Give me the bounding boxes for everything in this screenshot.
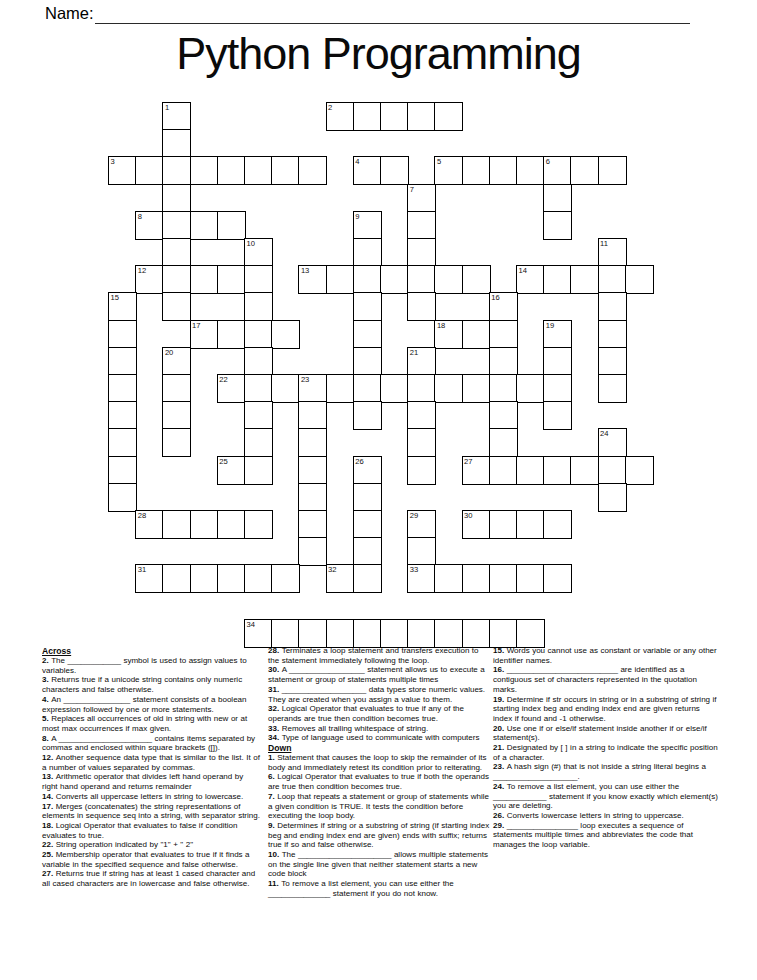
cell-r9c9[interactable]	[353, 347, 382, 376]
clue-7: 7. Loop that repeats a statement or grou…	[268, 792, 491, 821]
clue-28: 28. Terminates a loop statement and tran…	[268, 646, 491, 665]
cell-r8c9[interactable]	[353, 320, 382, 349]
cell-r6c13[interactable]	[462, 265, 491, 294]
clue-13: 13. Arithmetic operator that divides lef…	[42, 772, 261, 791]
cell-r8c13[interactable]	[462, 320, 491, 349]
cell-number-20: 20	[165, 349, 173, 357]
cell-r19c9[interactable]	[353, 619, 382, 648]
cell-number-7: 7	[410, 186, 414, 194]
clue-24: 24. To remove a list element, you can us…	[493, 782, 719, 811]
cell-number-23: 23	[301, 376, 309, 384]
cell-r17c5[interactable]	[244, 564, 273, 593]
cell-number-19: 19	[546, 322, 554, 330]
cell-number-22: 22	[219, 376, 227, 384]
clue-31: 31. ___________________ data types store…	[268, 685, 491, 704]
cell-r15c7[interactable]	[298, 510, 327, 539]
cell-r7c18[interactable]	[598, 292, 627, 321]
clue-19: 19. Determine if str occurs in string or…	[493, 695, 719, 724]
cell-r7c11[interactable]	[407, 292, 436, 321]
cell-r13c5[interactable]	[244, 456, 273, 485]
clue-number: 7.	[268, 792, 277, 801]
cell-r10c0[interactable]	[108, 374, 137, 403]
cell-r14c7[interactable]	[298, 483, 327, 512]
clue-20: 20. Use one if or else/if statement insi…	[493, 724, 719, 743]
clue-32: 32. Logical Operator that evaluates to t…	[268, 704, 491, 723]
clue-26: 26. Converts lowercase letters in string…	[493, 811, 719, 821]
clue-number: 29.	[493, 821, 507, 830]
clue-list-header-across: Across	[42, 646, 261, 656]
cell-r15c16[interactable]	[543, 510, 572, 539]
clue-number: 13.	[42, 772, 56, 781]
cell-r16c9[interactable]	[353, 537, 382, 566]
cell-r6c12[interactable]	[434, 265, 463, 294]
worksheet-page: Name: Python Programming 123456789101112…	[0, 0, 757, 980]
cell-r8c5[interactable]	[244, 320, 273, 349]
clue-10: 10. The _____________________ allows mul…	[268, 850, 491, 879]
cell-r2c7[interactable]	[298, 156, 327, 185]
cell-r12c11[interactable]	[407, 428, 436, 457]
cell-r10c14[interactable]	[489, 374, 518, 403]
cell-r2c13[interactable]	[462, 156, 491, 185]
cell-r8c14[interactable]	[489, 320, 518, 349]
clue-18: 18. Logical Operator that evaluates to f…	[42, 821, 261, 840]
cell-r10c9[interactable]	[353, 374, 382, 403]
clue-6: 6. Logical Operator that evaluates to tr…	[268, 772, 491, 791]
cell-r2c10[interactable]	[380, 156, 409, 185]
cell-r15c14[interactable]	[489, 510, 518, 539]
clue-25: 25. Membership operator that evaluates t…	[42, 850, 261, 869]
cell-number-10: 10	[247, 240, 255, 248]
clue-number: 4.	[42, 695, 51, 704]
cell-r17c2[interactable]	[162, 564, 191, 593]
clue-number: 19.	[493, 695, 507, 704]
cell-number-26: 26	[355, 458, 363, 466]
cell-r6c9[interactable]	[353, 265, 382, 294]
cell-r12c0[interactable]	[108, 428, 137, 457]
clue-3: 3. Returns true if a unicode string cont…	[42, 675, 261, 694]
clue-number: 24.	[493, 782, 507, 791]
cell-r4c4[interactable]	[217, 211, 246, 240]
cell-r10c8[interactable]	[326, 374, 355, 403]
cell-r2c6[interactable]	[271, 156, 300, 185]
cell-r15c9[interactable]	[353, 510, 382, 539]
clue-number: 12.	[42, 753, 56, 762]
clue-23: 23. A hash sign (#) that is not inside a…	[493, 762, 719, 781]
cell-r11c2[interactable]	[162, 401, 191, 430]
clue-number: 9.	[268, 821, 277, 830]
cell-r13c7[interactable]	[298, 456, 327, 485]
cell-r9c0[interactable]	[108, 347, 137, 376]
cell-r12c2[interactable]	[162, 428, 191, 457]
cell-number-27: 27	[464, 458, 472, 466]
cell-r2c17[interactable]	[570, 156, 599, 185]
clues-column-down: 15. Words you cannot use as constant or …	[493, 646, 719, 850]
cell-r12c14[interactable]	[489, 428, 518, 457]
cell-r4c16[interactable]	[543, 211, 572, 240]
clue-29: 29. ________________ loop executes a seq…	[493, 821, 719, 850]
clue-17: 17. Merges (concatenates) the string rep…	[42, 802, 261, 821]
cell-r10c16[interactable]	[543, 374, 572, 403]
cell-r10c10[interactable]	[380, 374, 409, 403]
cell-r13c11[interactable]	[407, 456, 436, 485]
clue-number: 32.	[268, 704, 282, 713]
cell-r8c4[interactable]	[217, 320, 246, 349]
cell-r5c11[interactable]	[407, 238, 436, 267]
cell-r9c18[interactable]	[598, 347, 627, 376]
clue-33: 33. Removes all trailing whitespace of s…	[268, 724, 491, 734]
cell-r0c10[interactable]	[380, 102, 409, 131]
cell-r12c5[interactable]	[244, 428, 273, 457]
cell-r17c13[interactable]	[462, 564, 491, 593]
cell-r16c11[interactable]	[407, 537, 436, 566]
clue-15: 15. Words you cannot use as constant or …	[493, 646, 719, 665]
cell-r15c5[interactable]	[244, 510, 273, 539]
clue-22: 22. String operation indicated by "1" + …	[42, 840, 261, 850]
clue-number: 11.	[268, 879, 281, 888]
cell-r14c9[interactable]	[353, 483, 382, 512]
clue-9: 9. Determines if string or a substring o…	[268, 821, 491, 850]
clue-number: 26.	[493, 811, 507, 820]
clue-number: 20.	[493, 724, 507, 733]
cell-r5c2[interactable]	[162, 238, 191, 267]
cell-r2c3[interactable]	[190, 156, 219, 185]
cell-r6c4[interactable]	[217, 265, 246, 294]
cell-r8c0[interactable]	[108, 320, 137, 349]
cell-r17c6[interactable]	[271, 564, 300, 593]
cell-r4c11[interactable]	[407, 211, 436, 240]
cell-r17c14[interactable]	[489, 564, 518, 593]
clue-number: 8.	[42, 734, 51, 743]
clue-1: 1. Statement that causes the loop to ski…	[268, 753, 491, 772]
cell-number-29: 29	[410, 512, 418, 520]
clue-16: 16. _________________________ are identi…	[493, 665, 719, 694]
clue-5: 5. Replaces all occurrences of old in st…	[42, 714, 261, 733]
cell-r11c9[interactable]	[353, 401, 382, 430]
cell-number-24: 24	[600, 430, 608, 438]
cell-r6c8[interactable]	[326, 265, 355, 294]
cell-number-11: 11	[600, 240, 608, 248]
cell-number-5: 5	[437, 158, 441, 166]
clue-number: 33.	[268, 724, 282, 733]
clue-number: 10.	[268, 850, 282, 859]
cell-r4c2[interactable]	[162, 211, 191, 240]
cell-r11c7[interactable]	[298, 401, 327, 430]
cell-r8c6[interactable]	[271, 320, 300, 349]
clue-2: 2. The ____________ symbol is used to as…	[42, 656, 261, 675]
clue-8: 8. A _____________________ contains item…	[42, 734, 261, 753]
cell-r15c3[interactable]	[190, 510, 219, 539]
clue-number: 30.	[268, 665, 282, 674]
cell-r10c11[interactable]	[407, 374, 436, 403]
cell-r19c14[interactable]	[489, 619, 518, 648]
cell-number-21: 21	[410, 349, 418, 357]
cell-r19c8[interactable]	[326, 619, 355, 648]
cell-r13c16[interactable]	[543, 456, 572, 485]
cell-r2c14[interactable]	[489, 156, 518, 185]
cell-r13c19[interactable]	[625, 456, 654, 485]
cell-r10c2[interactable]	[162, 374, 191, 403]
cell-r6c2[interactable]	[162, 265, 191, 294]
cell-number-32: 32	[328, 566, 336, 574]
clues-column-middle: 28. Terminates a loop statement and tran…	[268, 646, 491, 899]
cell-r10c13[interactable]	[462, 374, 491, 403]
cell-number-31: 31	[138, 566, 146, 574]
cell-number-9: 9	[355, 213, 359, 221]
cell-r6c17[interactable]	[570, 265, 599, 294]
cell-r10c12[interactable]	[434, 374, 463, 403]
cell-number-33: 33	[410, 566, 418, 574]
cell-r0c9[interactable]	[353, 102, 382, 131]
cell-number-17: 17	[192, 322, 200, 330]
clue-14: 14. Converts all uppercase letters in st…	[42, 792, 261, 802]
clue-number: 15.	[493, 646, 507, 655]
cell-number-12: 12	[138, 267, 146, 275]
cell-number-13: 13	[301, 267, 309, 275]
cell-r13c15[interactable]	[516, 456, 545, 485]
cell-r6c16[interactable]	[543, 265, 572, 294]
cell-number-1: 1	[165, 104, 169, 112]
cell-r2c18[interactable]	[598, 156, 627, 185]
clue-number: 34.	[268, 733, 282, 742]
clue-number: 22.	[42, 840, 56, 849]
cell-r17c4[interactable]	[217, 564, 246, 593]
clue-number: 17.	[42, 802, 56, 811]
cell-number-16: 16	[491, 294, 499, 302]
clue-number: 28.	[268, 646, 282, 655]
cell-r15c2[interactable]	[162, 510, 191, 539]
cell-r5c9[interactable]	[353, 238, 382, 267]
cell-number-28: 28	[138, 512, 146, 520]
cell-r1c2[interactable]	[162, 129, 191, 158]
cell-r9c14[interactable]	[489, 347, 518, 376]
cell-r6c5[interactable]	[244, 265, 273, 294]
cell-r2c15[interactable]	[516, 156, 545, 185]
cell-r17c9[interactable]	[353, 564, 382, 593]
cell-r0c12[interactable]	[434, 102, 463, 131]
cell-number-18: 18	[437, 322, 445, 330]
cell-r15c15[interactable]	[516, 510, 545, 539]
cell-number-25: 25	[219, 458, 227, 466]
cell-number-15: 15	[111, 294, 119, 302]
cell-r13c14[interactable]	[489, 456, 518, 485]
cell-r19c7[interactable]	[298, 619, 327, 648]
cell-r7c5[interactable]	[244, 292, 273, 321]
clue-number: 21.	[493, 743, 507, 752]
cell-r11c14[interactable]	[489, 401, 518, 430]
cell-r8c18[interactable]	[598, 320, 627, 349]
cell-number-30: 30	[464, 512, 472, 520]
clue-number: 18.	[42, 821, 56, 830]
cell-r11c16[interactable]	[543, 401, 572, 430]
cell-r10c18[interactable]	[598, 374, 627, 403]
clue-30: 30. A _________________ statement allows…	[268, 665, 491, 684]
cell-r6c10[interactable]	[380, 265, 409, 294]
cell-r6c3[interactable]	[190, 265, 219, 294]
clue-number: 3.	[42, 675, 51, 684]
crossword-grid: 1234567891011121314151617181920212223242…	[0, 0, 757, 660]
cell-r3c16[interactable]	[543, 184, 572, 213]
cell-number-6: 6	[546, 158, 550, 166]
cell-r17c12[interactable]	[434, 564, 463, 593]
clue-27: 27. Returns true if string has at least …	[42, 869, 261, 888]
cell-number-14: 14	[519, 267, 527, 275]
cell-r19c10[interactable]	[380, 619, 409, 648]
clue-number: 5.	[42, 714, 51, 723]
cell-r4c3[interactable]	[190, 211, 219, 240]
cell-r11c0[interactable]	[108, 401, 137, 430]
cell-r7c9[interactable]	[353, 292, 382, 321]
cell-r13c18[interactable]	[598, 456, 627, 485]
cell-r19c15[interactable]	[516, 619, 545, 648]
cell-r19c6[interactable]	[271, 619, 300, 648]
cell-r9c16[interactable]	[543, 347, 572, 376]
cell-r6c11[interactable]	[407, 265, 436, 294]
cell-number-34: 34	[247, 621, 255, 629]
cell-r13c17[interactable]	[570, 456, 599, 485]
cell-number-8: 8	[138, 213, 142, 221]
cell-r17c3[interactable]	[190, 564, 219, 593]
clue-number: 6.	[268, 772, 277, 781]
cell-r17c15[interactable]	[516, 564, 545, 593]
clue-number: 23.	[493, 762, 507, 771]
cell-r19c12[interactable]	[434, 619, 463, 648]
clue-number: 14.	[42, 792, 56, 801]
cell-r3c2[interactable]	[162, 184, 191, 213]
cell-r17c16[interactable]	[543, 564, 572, 593]
cell-r16c7[interactable]	[298, 537, 327, 566]
clues-column-across: Across2. The ____________ symbol is used…	[42, 646, 261, 889]
clue-34: 34. Type of language used to communicate…	[268, 733, 491, 743]
cell-r10c5[interactable]	[244, 374, 273, 403]
cell-r11c5[interactable]	[244, 401, 273, 430]
cell-r2c4[interactable]	[217, 156, 246, 185]
clue-12: 12. Another sequence data type that is s…	[42, 753, 261, 772]
clue-number: 25.	[42, 850, 56, 859]
cell-r6c19[interactable]	[625, 265, 654, 294]
cell-r14c0[interactable]	[108, 483, 137, 512]
cell-r10c15[interactable]	[516, 374, 545, 403]
cell-r12c7[interactable]	[298, 428, 327, 457]
clue-number: 31.	[268, 685, 282, 694]
cell-r19c11[interactable]	[407, 619, 436, 648]
cell-r2c1[interactable]	[135, 156, 164, 185]
cell-number-3: 3	[111, 158, 115, 166]
cell-r11c11[interactable]	[407, 401, 436, 430]
cell-r13c0[interactable]	[108, 456, 137, 485]
clue-21: 21. Designated by [ ] in a string to ind…	[493, 743, 719, 762]
cell-number-2: 2	[328, 104, 332, 112]
clue-11: 11. To remove a list element, you can us…	[268, 879, 491, 898]
cell-r19c13[interactable]	[462, 619, 491, 648]
cell-r0c11[interactable]	[407, 102, 436, 131]
clue-number: 16.	[493, 665, 507, 674]
cell-r2c5[interactable]	[244, 156, 273, 185]
clue-list-header-down: Down	[268, 743, 491, 753]
cell-r10c6[interactable]	[271, 374, 300, 403]
cell-r6c18[interactable]	[598, 265, 627, 294]
cell-r14c18[interactable]	[598, 483, 627, 512]
clue-number: 1.	[268, 753, 277, 762]
clue-4: 4. An _______________ statement consists…	[42, 695, 261, 714]
cell-number-4: 4	[355, 158, 359, 166]
cell-r15c4[interactable]	[217, 510, 246, 539]
clue-number: 2.	[42, 656, 51, 665]
cell-r2c2[interactable]	[162, 156, 191, 185]
cell-r9c5[interactable]	[244, 347, 273, 376]
cell-r7c2[interactable]	[162, 292, 191, 321]
clue-number: 27.	[42, 869, 56, 878]
